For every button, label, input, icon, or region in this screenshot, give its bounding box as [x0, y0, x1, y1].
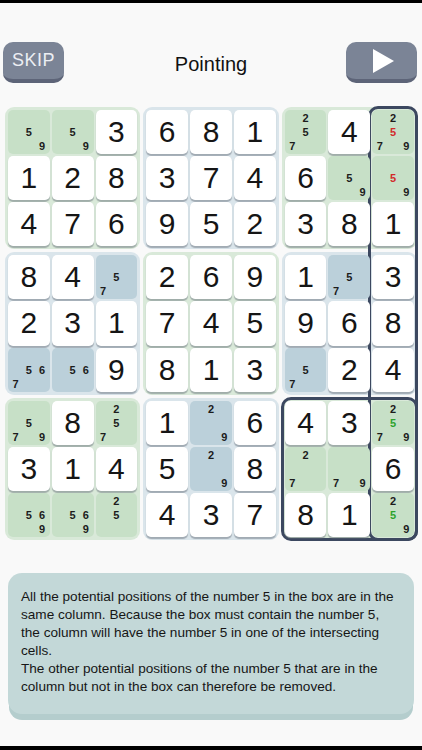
cell-r4c5[interactable]: 6 — [190, 255, 232, 299]
cell-r6c9[interactable]: 4 — [372, 348, 414, 392]
cell-r5c3[interactable]: 1 — [96, 301, 138, 345]
cell-r3c9[interactable]: 1 — [372, 202, 414, 246]
candidate-2: 2 — [110, 494, 123, 508]
cell-r9c8[interactable]: 1 — [328, 493, 370, 537]
cell-r6c6[interactable]: 3 — [234, 348, 276, 392]
cell-r2c8[interactable]: 59 — [328, 156, 370, 200]
app-screen: SKIP Pointing 59593128476681374952257425… — [0, 0, 422, 750]
candidate-7: 7 — [373, 430, 386, 444]
cell-r9c2[interactable]: 569 — [52, 493, 94, 537]
candidate-5: 5 — [110, 416, 123, 430]
cell-r6c4[interactable]: 8 — [146, 348, 188, 392]
cell-r2c5[interactable]: 7 — [190, 156, 232, 200]
cell-r4c8[interactable]: 57 — [328, 255, 370, 299]
candidate-grid: 257 — [97, 402, 137, 444]
cell-r3c4[interactable]: 9 — [146, 202, 188, 246]
candidate-9: 9 — [79, 139, 92, 153]
candidate-grid: 2579 — [373, 402, 413, 444]
candidate-2: 2 — [204, 402, 217, 416]
explanation-panel: All the potential positions of the numbe… — [8, 573, 414, 714]
candidate-7: 7 — [286, 377, 299, 391]
play-button[interactable] — [346, 42, 417, 83]
candidate-5: 5 — [22, 363, 35, 377]
cell-r4c1[interactable]: 8 — [8, 255, 50, 299]
box-7: 579825731456956925 — [5, 398, 140, 540]
cell-r4c2[interactable]: 4 — [52, 255, 94, 299]
candidate-5: 5 — [343, 270, 356, 284]
candidate-5: 5 — [110, 270, 123, 284]
cell-r3c7[interactable]: 3 — [285, 202, 327, 246]
cell-r5c6[interactable]: 5 — [234, 301, 276, 345]
box-4: 8457231567569 — [5, 252, 140, 394]
cell-r1c7[interactable]: 257 — [285, 110, 327, 154]
cell-r2c1[interactable]: 1 — [8, 156, 50, 200]
candidate-7: 7 — [9, 430, 22, 444]
cell-r3c3[interactable]: 6 — [96, 202, 138, 246]
cell-r5c2[interactable]: 3 — [52, 301, 94, 345]
candidate-9: 9 — [356, 185, 369, 199]
cell-r9c5[interactable]: 3 — [190, 493, 232, 537]
candidate-6: 6 — [79, 508, 92, 522]
cell-r6c3[interactable]: 9 — [96, 348, 138, 392]
candidate-5: 5 — [386, 508, 399, 522]
box-5: 269745813 — [143, 252, 278, 394]
status-bar-bottom — [0, 746, 422, 750]
candidate-9: 9 — [400, 185, 413, 199]
cell-r6c5[interactable]: 1 — [190, 348, 232, 392]
candidate-9: 9 — [400, 139, 413, 153]
cell-r3c1[interactable]: 4 — [8, 202, 50, 246]
cell-r5c8[interactable]: 6 — [328, 301, 370, 345]
cell-r4c9[interactable]: 3 — [372, 255, 414, 299]
cell-r7c9[interactable]: 2579 — [372, 401, 414, 445]
candidate-grid: 2579 — [373, 111, 413, 153]
candidate-9: 9 — [36, 522, 49, 536]
candidate-9: 9 — [400, 522, 413, 536]
cell-r3c5[interactable]: 5 — [190, 202, 232, 246]
cell-r2c6[interactable]: 4 — [234, 156, 276, 200]
cell-r9c9[interactable]: 259 — [372, 493, 414, 537]
candidate-grid: 569 — [53, 494, 93, 536]
cell-r3c2[interactable]: 7 — [52, 202, 94, 246]
candidate-5: 5 — [66, 508, 79, 522]
candidate-6: 6 — [36, 363, 49, 377]
cell-r5c9[interactable]: 8 — [372, 301, 414, 345]
candidate-grid: 567 — [9, 349, 49, 391]
candidate-grid: 59 — [9, 111, 49, 153]
cell-r8c2[interactable]: 1 — [52, 447, 94, 491]
candidate-2: 2 — [386, 402, 399, 416]
candidate-grid: 25 — [97, 494, 137, 536]
cell-r7c6[interactable]: 6 — [234, 401, 276, 445]
candidate-7: 7 — [9, 377, 22, 391]
candidate-5: 5 — [299, 125, 312, 139]
candidate-5: 5 — [66, 363, 79, 377]
candidate-grid: 57 — [97, 256, 137, 298]
cell-r1c3[interactable]: 3 — [96, 110, 138, 154]
box-8: 12965298437 — [143, 398, 278, 540]
candidate-7: 7 — [373, 139, 386, 153]
cell-r5c1[interactable]: 2 — [8, 301, 50, 345]
cell-r8c7[interactable]: 27 — [285, 447, 327, 491]
candidate-7: 7 — [329, 284, 342, 298]
box-3: 2574257965959381 — [282, 107, 417, 249]
candidate-grid: 257 — [286, 111, 326, 153]
candidate-2: 2 — [386, 494, 399, 508]
candidate-5: 5 — [386, 171, 399, 185]
cell-r5c5[interactable]: 4 — [190, 301, 232, 345]
candidate-9: 9 — [218, 430, 231, 444]
box-9: 4325792779681259 — [282, 398, 417, 540]
cell-r5c7[interactable]: 9 — [285, 301, 327, 345]
candidate-grid: 27 — [286, 448, 326, 490]
candidate-5: 5 — [386, 416, 399, 430]
candidate-2: 2 — [386, 111, 399, 125]
candidate-9: 9 — [36, 430, 49, 444]
cell-r3c8[interactable]: 8 — [328, 202, 370, 246]
play-icon — [373, 49, 394, 73]
candidate-grid: 59 — [329, 157, 369, 199]
candidate-grid: 57 — [329, 256, 369, 298]
candidate-7: 7 — [286, 139, 299, 153]
cell-r8c4[interactable]: 5 — [146, 447, 188, 491]
candidate-5: 5 — [66, 125, 79, 139]
cell-r7c1[interactable]: 579 — [8, 401, 50, 445]
cell-r1c6[interactable]: 1 — [234, 110, 276, 154]
cell-r9c7[interactable]: 8 — [285, 493, 327, 537]
cell-r6c7[interactable]: 57 — [285, 348, 327, 392]
candidate-grid: 29 — [191, 448, 231, 490]
cell-r8c9[interactable]: 6 — [372, 447, 414, 491]
cell-r1c4[interactable]: 6 — [146, 110, 188, 154]
candidate-2: 2 — [204, 448, 217, 462]
candidate-grid: 259 — [373, 494, 413, 536]
candidate-7: 7 — [329, 476, 342, 490]
candidate-6: 6 — [79, 363, 92, 377]
candidate-5: 5 — [22, 125, 35, 139]
candidate-5: 5 — [22, 508, 35, 522]
cell-r8c6[interactable]: 8 — [234, 447, 276, 491]
candidate-grid: 79 — [329, 448, 369, 490]
cell-r1c1[interactable]: 59 — [8, 110, 50, 154]
candidate-grid: 29 — [191, 402, 231, 444]
candidate-7: 7 — [97, 430, 110, 444]
box-6: 15739685724 — [282, 252, 417, 394]
candidate-6: 6 — [36, 508, 49, 522]
cell-r7c2[interactable]: 8 — [52, 401, 94, 445]
cell-r2c7[interactable]: 6 — [285, 156, 327, 200]
cell-r1c2[interactable]: 59 — [52, 110, 94, 154]
cell-r6c1[interactable]: 567 — [8, 348, 50, 392]
candidate-9: 9 — [218, 476, 231, 490]
explanation-paragraph-2: The other potential positions of the num… — [21, 660, 401, 696]
cell-r3c6[interactable]: 2 — [234, 202, 276, 246]
candidate-2: 2 — [299, 448, 312, 462]
candidate-grid: 59 — [373, 157, 413, 199]
candidate-2: 2 — [299, 111, 312, 125]
candidate-5: 5 — [343, 171, 356, 185]
cell-r7c4[interactable]: 1 — [146, 401, 188, 445]
candidate-7: 7 — [286, 476, 299, 490]
cell-r8c8[interactable]: 79 — [328, 447, 370, 491]
cell-r2c9[interactable]: 59 — [372, 156, 414, 200]
candidate-2: 2 — [110, 402, 123, 416]
candidate-grid: 579 — [9, 402, 49, 444]
status-bar-top — [0, 0, 422, 3]
box-2: 681374952 — [143, 107, 278, 249]
cell-r8c3[interactable]: 4 — [96, 447, 138, 491]
cell-r8c1[interactable]: 3 — [8, 447, 50, 491]
cell-r9c1[interactable]: 569 — [8, 493, 50, 537]
cell-r7c7[interactable]: 4 — [285, 401, 327, 445]
cell-r9c4[interactable]: 4 — [146, 493, 188, 537]
candidate-grid: 569 — [9, 494, 49, 536]
candidate-7: 7 — [97, 284, 110, 298]
cell-r1c5[interactable]: 8 — [190, 110, 232, 154]
box-1: 59593128476 — [5, 107, 140, 249]
candidate-9: 9 — [79, 522, 92, 536]
candidate-5: 5 — [22, 416, 35, 430]
cell-r4c4[interactable]: 2 — [146, 255, 188, 299]
cell-r4c7[interactable]: 1 — [285, 255, 327, 299]
candidate-5: 5 — [110, 508, 123, 522]
cell-r4c6[interactable]: 9 — [234, 255, 276, 299]
cell-r7c8[interactable]: 3 — [328, 401, 370, 445]
candidate-9: 9 — [36, 139, 49, 153]
explanation-paragraph-1: All the potential positions of the numbe… — [21, 588, 401, 660]
cell-r1c9[interactable]: 2579 — [372, 110, 414, 154]
cell-r2c4[interactable]: 3 — [146, 156, 188, 200]
sudoku-board: 5959312847668137495225742579659593818457… — [5, 107, 417, 540]
cell-r6c8[interactable]: 2 — [328, 348, 370, 392]
cell-r1c8[interactable]: 4 — [328, 110, 370, 154]
candidate-5: 5 — [299, 363, 312, 377]
cell-r2c2[interactable]: 2 — [52, 156, 94, 200]
candidate-5: 5 — [386, 125, 399, 139]
candidate-grid: 57 — [286, 349, 326, 391]
cell-r7c3[interactable]: 257 — [96, 401, 138, 445]
candidate-grid: 59 — [53, 111, 93, 153]
cell-r8c5[interactable]: 29 — [190, 447, 232, 491]
cell-r2c3[interactable]: 8 — [96, 156, 138, 200]
cell-r4c3[interactable]: 57 — [96, 255, 138, 299]
cell-r9c3[interactable]: 25 — [96, 493, 138, 537]
candidate-9: 9 — [356, 476, 369, 490]
cell-r5c4[interactable]: 7 — [146, 301, 188, 345]
cell-r7c5[interactable]: 29 — [190, 401, 232, 445]
cell-r6c2[interactable]: 56 — [52, 348, 94, 392]
cell-r9c6[interactable]: 7 — [234, 493, 276, 537]
candidate-grid: 56 — [53, 349, 93, 391]
candidate-9: 9 — [400, 430, 413, 444]
